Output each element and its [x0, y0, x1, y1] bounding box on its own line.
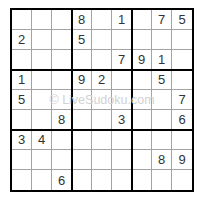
cell-r1c7[interactable] — [132, 10, 152, 30]
cell-r1c8: 7 — [152, 10, 172, 30]
cell-r5c2[interactable] — [32, 90, 52, 110]
cell-r8c9: 9 — [172, 150, 192, 170]
cell-r6c9: 6 — [172, 110, 192, 130]
cell-r3c2[interactable] — [32, 50, 52, 70]
cell-r3c6: 7 — [112, 50, 132, 70]
cell-r9c1[interactable] — [12, 170, 32, 190]
cell-r3c1[interactable] — [12, 50, 32, 70]
cell-r5c5[interactable] — [92, 90, 112, 110]
cell-r2c8[interactable] — [152, 30, 172, 50]
cell-r8c4[interactable] — [72, 150, 92, 170]
cell-r7c9[interactable] — [172, 130, 192, 150]
cell-r9c6[interactable] — [112, 170, 132, 190]
cell-r1c5[interactable] — [92, 10, 112, 30]
cell-r9c8[interactable] — [152, 170, 172, 190]
cell-r2c5[interactable] — [92, 30, 112, 50]
cell-r8c3[interactable] — [52, 150, 72, 170]
cell-r9c3: 6 — [52, 170, 72, 190]
cell-r1c3[interactable] — [52, 10, 72, 30]
cell-r5c1: 5 — [12, 90, 32, 110]
cell-r3c8: 1 — [152, 50, 172, 70]
cell-r2c6[interactable] — [112, 30, 132, 50]
sudoku-cells: 81752579119255783634896 © LiveSudoku.com — [12, 10, 192, 190]
cell-r6c1[interactable] — [12, 110, 32, 130]
cell-r8c1[interactable] — [12, 150, 32, 170]
cell-r7c7[interactable] — [132, 130, 152, 150]
cell-r7c3[interactable] — [52, 130, 72, 150]
cell-r7c6[interactable] — [112, 130, 132, 150]
cell-r8c5[interactable] — [92, 150, 112, 170]
cell-r4c5: 2 — [92, 70, 112, 90]
cell-r7c1: 3 — [12, 130, 32, 150]
cell-r4c6[interactable] — [112, 70, 132, 90]
cell-r6c3: 8 — [52, 110, 72, 130]
cell-r6c5[interactable] — [92, 110, 112, 130]
cell-r2c3[interactable] — [52, 30, 72, 50]
cell-r3c7: 9 — [132, 50, 152, 70]
cell-r7c4[interactable] — [72, 130, 92, 150]
cell-r7c8[interactable] — [152, 130, 172, 150]
cell-r1c1[interactable] — [12, 10, 32, 30]
cell-r9c5[interactable] — [92, 170, 112, 190]
cell-r1c4: 8 — [72, 10, 92, 30]
cell-r6c7[interactable] — [132, 110, 152, 130]
cell-r1c9: 5 — [172, 10, 192, 30]
cell-r4c1: 1 — [12, 70, 32, 90]
cell-r9c9[interactable] — [172, 170, 192, 190]
cell-r5c9: 7 — [172, 90, 192, 110]
cell-r9c7[interactable] — [132, 170, 152, 190]
cell-r9c4[interactable] — [72, 170, 92, 190]
cell-r5c3[interactable] — [52, 90, 72, 110]
sudoku-board: 81752579119255783634896 © LiveSudoku.com — [10, 8, 194, 192]
cell-r5c4[interactable] — [72, 90, 92, 110]
cell-r1c2[interactable] — [32, 10, 52, 30]
cell-r4c7[interactable] — [132, 70, 152, 90]
cell-r4c3[interactable] — [52, 70, 72, 90]
cell-r9c2[interactable] — [32, 170, 52, 190]
cell-r4c4: 9 — [72, 70, 92, 90]
cell-r6c8[interactable] — [152, 110, 172, 130]
cell-r4c2[interactable] — [32, 70, 52, 90]
cell-r4c8: 5 — [152, 70, 172, 90]
cell-r8c6[interactable] — [112, 150, 132, 170]
cell-r8c8: 8 — [152, 150, 172, 170]
cell-r6c2[interactable] — [32, 110, 52, 130]
cell-r2c4: 5 — [72, 30, 92, 50]
cell-r7c5[interactable] — [92, 130, 112, 150]
cell-r3c5[interactable] — [92, 50, 112, 70]
cell-r3c9[interactable] — [172, 50, 192, 70]
cell-r8c7[interactable] — [132, 150, 152, 170]
cell-r7c2: 4 — [32, 130, 52, 150]
cell-r1c6: 1 — [112, 10, 132, 30]
cell-r8c2[interactable] — [32, 150, 52, 170]
cell-r3c3[interactable] — [52, 50, 72, 70]
cell-r6c4[interactable] — [72, 110, 92, 130]
cell-r2c9[interactable] — [172, 30, 192, 50]
cell-r6c6: 3 — [112, 110, 132, 130]
cell-r3c4[interactable] — [72, 50, 92, 70]
cell-r2c1: 2 — [12, 30, 32, 50]
cell-r5c6[interactable] — [112, 90, 132, 110]
cell-r2c2[interactable] — [32, 30, 52, 50]
cell-r5c8[interactable] — [152, 90, 172, 110]
cell-r2c7[interactable] — [132, 30, 152, 50]
cell-r4c9[interactable] — [172, 70, 192, 90]
cell-r5c7[interactable] — [132, 90, 152, 110]
